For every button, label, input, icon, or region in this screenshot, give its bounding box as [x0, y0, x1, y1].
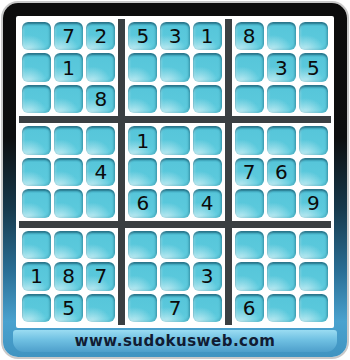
cell-r6c2[interactable]: [54, 189, 83, 217]
board-frame: 721853183541647691875376 www.sudokusweb.…: [3, 3, 347, 357]
cell-r3c6[interactable]: [193, 85, 222, 113]
cell-r7c2[interactable]: [54, 231, 83, 259]
box-r1c1: 7218: [19, 19, 118, 116]
cell-r4c3[interactable]: [86, 126, 115, 154]
cell-r9c1[interactable]: [22, 294, 51, 322]
cell-r4c8[interactable]: [267, 126, 296, 154]
grid-area: 721853183541647691875376: [16, 16, 334, 328]
cell-r1c9[interactable]: [299, 22, 328, 50]
cell-r7c9[interactable]: [299, 231, 328, 259]
cell-r4c9[interactable]: [299, 126, 328, 154]
cell-r4c4[interactable]: 1: [128, 126, 157, 154]
cell-r1c1[interactable]: [22, 22, 51, 50]
cell-r6c4[interactable]: 6: [128, 189, 157, 217]
cell-r7c6[interactable]: [193, 231, 222, 259]
cell-r3c5[interactable]: [160, 85, 189, 113]
cell-r1c7[interactable]: 8: [235, 22, 264, 50]
cell-r7c7[interactable]: [235, 231, 264, 259]
cell-r3c2[interactable]: [54, 85, 83, 113]
cell-r1c4[interactable]: 5: [128, 22, 157, 50]
cell-r9c7[interactable]: 6: [235, 294, 264, 322]
cell-r9c9[interactable]: [299, 294, 328, 322]
cell-r2c6[interactable]: [193, 53, 222, 81]
cell-r9c6[interactable]: [193, 294, 222, 322]
cell-r5c5[interactable]: [160, 158, 189, 186]
cell-r9c4[interactable]: [128, 294, 157, 322]
cell-r3c9[interactable]: [299, 85, 328, 113]
cell-r2c2[interactable]: 1: [54, 53, 83, 81]
cell-r1c6[interactable]: 1: [193, 22, 222, 50]
cell-r4c1[interactable]: [22, 126, 51, 154]
box-r2c2: 164: [125, 123, 224, 220]
footer-bar: www.sudokusweb.com: [13, 330, 337, 352]
cell-r8c7[interactable]: [235, 262, 264, 290]
box-r3c2: 37: [125, 228, 224, 325]
cell-r4c2[interactable]: [54, 126, 83, 154]
cell-r3c7[interactable]: [235, 85, 264, 113]
cell-r2c3[interactable]: [86, 53, 115, 81]
cell-r8c6[interactable]: 3: [193, 262, 222, 290]
box-r3c3: 6: [232, 228, 331, 325]
cell-r8c5[interactable]: [160, 262, 189, 290]
cell-r9c2[interactable]: 5: [54, 294, 83, 322]
box-r1c3: 835: [232, 19, 331, 116]
cell-r1c2[interactable]: 7: [54, 22, 83, 50]
cell-r6c3[interactable]: [86, 189, 115, 217]
cell-r8c1[interactable]: 1: [22, 262, 51, 290]
cell-r5c2[interactable]: [54, 158, 83, 186]
cell-r2c1[interactable]: [22, 53, 51, 81]
cell-r7c4[interactable]: [128, 231, 157, 259]
cell-r5c6[interactable]: [193, 158, 222, 186]
cell-r3c3[interactable]: 8: [86, 85, 115, 113]
cell-r7c8[interactable]: [267, 231, 296, 259]
cell-r7c1[interactable]: [22, 231, 51, 259]
cell-r1c3[interactable]: 2: [86, 22, 115, 50]
cell-r9c5[interactable]: 7: [160, 294, 189, 322]
cell-r2c7[interactable]: [235, 53, 264, 81]
cell-r3c4[interactable]: [128, 85, 157, 113]
cell-r3c1[interactable]: [22, 85, 51, 113]
cell-r1c8[interactable]: [267, 22, 296, 50]
cell-r6c9[interactable]: 9: [299, 189, 328, 217]
box-r2c3: 769: [232, 123, 331, 220]
cell-r2c5[interactable]: [160, 53, 189, 81]
cell-r4c7[interactable]: [235, 126, 264, 154]
cell-r6c1[interactable]: [22, 189, 51, 217]
cell-r7c3[interactable]: [86, 231, 115, 259]
box-r2c1: 4: [19, 123, 118, 220]
cell-r9c8[interactable]: [267, 294, 296, 322]
cell-r8c9[interactable]: [299, 262, 328, 290]
cell-r9c3[interactable]: [86, 294, 115, 322]
cell-r7c5[interactable]: [160, 231, 189, 259]
cell-r8c3[interactable]: 7: [86, 262, 115, 290]
box-r1c2: 531: [125, 19, 224, 116]
cell-r6c5[interactable]: [160, 189, 189, 217]
cell-r4c6[interactable]: [193, 126, 222, 154]
sudoku-board: 721853183541647691875376 www.sudokusweb.…: [0, 0, 350, 360]
cell-r8c8[interactable]: [267, 262, 296, 290]
cell-r5c3[interactable]: 4: [86, 158, 115, 186]
cell-r4c5[interactable]: [160, 126, 189, 154]
cell-r6c8[interactable]: [267, 189, 296, 217]
cell-r5c9[interactable]: [299, 158, 328, 186]
cell-r5c1[interactable]: [22, 158, 51, 186]
cell-r2c9[interactable]: 5: [299, 53, 328, 81]
cell-r5c7[interactable]: 7: [235, 158, 264, 186]
cell-r8c4[interactable]: [128, 262, 157, 290]
cell-r2c8[interactable]: 3: [267, 53, 296, 81]
cell-r6c6[interactable]: 4: [193, 189, 222, 217]
cell-r5c8[interactable]: 6: [267, 158, 296, 186]
cell-r5c4[interactable]: [128, 158, 157, 186]
cell-r8c2[interactable]: 8: [54, 262, 83, 290]
cell-r1c5[interactable]: 3: [160, 22, 189, 50]
sudoku-grid: 721853183541647691875376: [19, 19, 331, 325]
box-r3c1: 1875: [19, 228, 118, 325]
cell-r6c7[interactable]: [235, 189, 264, 217]
website-link[interactable]: www.sudokusweb.com: [75, 332, 276, 350]
cell-r2c4[interactable]: [128, 53, 157, 81]
cell-r3c8[interactable]: [267, 85, 296, 113]
